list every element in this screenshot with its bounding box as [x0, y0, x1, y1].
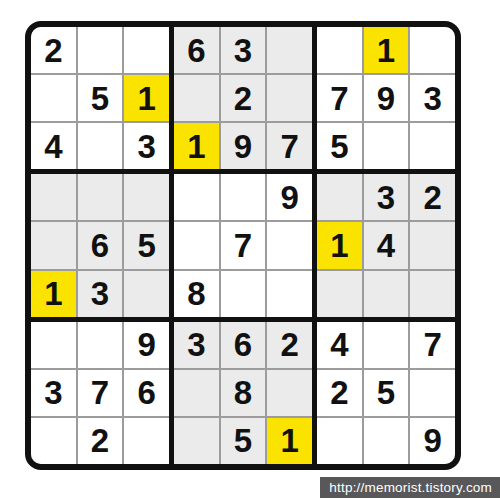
cell-r1c1[interactable]: 2	[31, 27, 76, 73]
cell-r8c8[interactable]: 5	[364, 370, 409, 416]
cell-r5c9[interactable]	[410, 222, 455, 268]
cell-r7c7[interactable]: 4	[317, 322, 362, 368]
box-8: 362851	[174, 322, 312, 464]
cell-r9c8[interactable]	[364, 418, 409, 464]
cell-r3c3[interactable]: 3	[124, 123, 169, 169]
cell-r8c2[interactable]: 7	[78, 370, 123, 416]
cell-r8c9[interactable]	[410, 370, 455, 416]
cell-r5c4[interactable]	[174, 222, 219, 268]
cell-r8c6[interactable]	[267, 370, 312, 416]
box-4: 6513	[31, 174, 169, 316]
cell-r6c6[interactable]	[267, 271, 312, 317]
box-9: 47259	[317, 322, 455, 464]
cell-r3c6[interactable]: 7	[267, 123, 312, 169]
cell-r2c9[interactable]: 3	[410, 75, 455, 121]
cell-r2c8[interactable]: 9	[364, 75, 409, 121]
cell-r1c3[interactable]	[124, 27, 169, 73]
cell-r7c4[interactable]: 3	[174, 322, 219, 368]
cell-r2c1[interactable]	[31, 75, 76, 121]
cell-r9c6[interactable]: 1	[267, 418, 312, 464]
cell-r8c1[interactable]: 3	[31, 370, 76, 416]
cell-r9c1[interactable]	[31, 418, 76, 464]
box-2: 632197	[174, 27, 312, 169]
cell-r6c4[interactable]: 8	[174, 271, 219, 317]
page: 2514363219717935651397832149376236285147…	[0, 0, 500, 500]
cell-r8c7[interactable]: 2	[317, 370, 362, 416]
cell-r4c7[interactable]	[317, 174, 362, 220]
cell-r7c2[interactable]	[78, 322, 123, 368]
cell-r1c8[interactable]: 1	[364, 27, 409, 73]
cell-r8c3[interactable]: 6	[124, 370, 169, 416]
cell-r5c6[interactable]	[267, 222, 312, 268]
sudoku-board: 2514363219717935651397832149376236285147…	[25, 21, 461, 470]
cell-r1c7[interactable]	[317, 27, 362, 73]
cell-r2c5[interactable]: 2	[221, 75, 266, 121]
box-1: 25143	[31, 27, 169, 169]
cell-r5c2[interactable]: 6	[78, 222, 123, 268]
cell-r2c3[interactable]: 1	[124, 75, 169, 121]
cell-r9c3[interactable]	[124, 418, 169, 464]
cell-r5c1[interactable]	[31, 222, 76, 268]
box-3: 17935	[317, 27, 455, 169]
cell-r6c9[interactable]	[410, 271, 455, 317]
cell-r4c9[interactable]: 2	[410, 174, 455, 220]
cell-r5c8[interactable]: 4	[364, 222, 409, 268]
cell-r2c7[interactable]: 7	[317, 75, 362, 121]
cell-r6c2[interactable]: 3	[78, 271, 123, 317]
cell-r6c1[interactable]: 1	[31, 271, 76, 317]
cell-r4c4[interactable]	[174, 174, 219, 220]
cell-r9c5[interactable]: 5	[221, 418, 266, 464]
box-5: 978	[174, 174, 312, 316]
cell-r8c4[interactable]	[174, 370, 219, 416]
cell-r6c8[interactable]	[364, 271, 409, 317]
cell-r5c7[interactable]: 1	[317, 222, 362, 268]
cell-r9c7[interactable]	[317, 418, 362, 464]
cell-r4c8[interactable]: 3	[364, 174, 409, 220]
cell-r3c7[interactable]: 5	[317, 123, 362, 169]
cell-r3c4[interactable]: 1	[174, 123, 219, 169]
cell-r2c4[interactable]	[174, 75, 219, 121]
cell-r1c5[interactable]: 3	[221, 27, 266, 73]
cell-r1c4[interactable]: 6	[174, 27, 219, 73]
cell-r5c3[interactable]: 5	[124, 222, 169, 268]
cell-r4c5[interactable]	[221, 174, 266, 220]
cell-r6c3[interactable]	[124, 271, 169, 317]
box-6: 3214	[317, 174, 455, 316]
cell-r9c2[interactable]: 2	[78, 418, 123, 464]
cell-r3c8[interactable]	[364, 123, 409, 169]
cell-r6c5[interactable]	[221, 271, 266, 317]
cell-r4c3[interactable]	[124, 174, 169, 220]
cell-r2c2[interactable]: 5	[78, 75, 123, 121]
cell-r1c6[interactable]	[267, 27, 312, 73]
cell-r2c6[interactable]	[267, 75, 312, 121]
cell-r4c2[interactable]	[78, 174, 123, 220]
cell-r9c9[interactable]: 9	[410, 418, 455, 464]
cell-r5c5[interactable]: 7	[221, 222, 266, 268]
cell-r6c7[interactable]	[317, 271, 362, 317]
cell-r7c1[interactable]	[31, 322, 76, 368]
cell-r7c9[interactable]: 7	[410, 322, 455, 368]
cell-r1c9[interactable]	[410, 27, 455, 73]
cell-r7c8[interactable]	[364, 322, 409, 368]
cell-r7c5[interactable]: 6	[221, 322, 266, 368]
cell-r3c1[interactable]: 4	[31, 123, 76, 169]
cell-r8c5[interactable]: 8	[221, 370, 266, 416]
box-7: 93762	[31, 322, 169, 464]
cell-r3c2[interactable]	[78, 123, 123, 169]
cell-r7c3[interactable]: 9	[124, 322, 169, 368]
cell-r4c6[interactable]: 9	[267, 174, 312, 220]
cell-r3c5[interactable]: 9	[221, 123, 266, 169]
cell-r1c2[interactable]	[78, 27, 123, 73]
cell-r9c4[interactable]	[174, 418, 219, 464]
cell-r4c1[interactable]	[31, 174, 76, 220]
cell-r3c9[interactable]	[410, 123, 455, 169]
watermark: http://memorist.tistory.com	[320, 477, 500, 498]
cell-r7c6[interactable]: 2	[267, 322, 312, 368]
